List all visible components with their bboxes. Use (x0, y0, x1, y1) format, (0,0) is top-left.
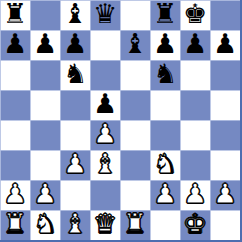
white-pawn-piece[interactable]: ♟ (183, 179, 207, 209)
black-knight-piece[interactable]: ♞ (153, 59, 177, 89)
square-g2[interactable]: ♟ (180, 180, 210, 210)
square-c4[interactable] (60, 120, 90, 150)
square-h7[interactable]: ♟ (210, 30, 240, 60)
square-e5[interactable] (120, 90, 150, 120)
square-f8[interactable]: ♜ (150, 0, 180, 30)
square-e3[interactable] (120, 150, 150, 180)
square-e4[interactable] (120, 120, 150, 150)
white-pawn-piece[interactable]: ♟ (63, 149, 87, 179)
square-b1[interactable]: ♞ (30, 210, 60, 240)
black-bishop-piece[interactable]: ♝ (123, 29, 147, 59)
square-b8[interactable] (30, 0, 60, 30)
square-c8[interactable]: ♝ (60, 0, 90, 30)
square-f3[interactable]: ♞ (150, 150, 180, 180)
chess-board: ♜♝♛♜♚♟♟♟♝♟♟♟♞♞♟♟♟♝♞♟♟♟♟♟♜♞♝♛♜♚ (0, 0, 240, 240)
square-c2[interactable] (60, 180, 90, 210)
square-b6[interactable] (30, 60, 60, 90)
square-e6[interactable] (120, 60, 150, 90)
square-g4[interactable] (180, 120, 210, 150)
white-pawn-piece[interactable]: ♟ (33, 179, 57, 209)
square-h5[interactable] (210, 90, 240, 120)
square-g5[interactable] (180, 90, 210, 120)
white-rook-piece[interactable]: ♜ (3, 209, 27, 239)
square-e1[interactable]: ♜ (120, 210, 150, 240)
white-rook-piece[interactable]: ♜ (123, 209, 147, 239)
square-a2[interactable]: ♟ (0, 180, 30, 210)
square-c5[interactable] (60, 90, 90, 120)
square-e8[interactable] (120, 0, 150, 30)
square-f2[interactable]: ♟ (150, 180, 180, 210)
white-pawn-piece[interactable]: ♟ (213, 179, 237, 209)
square-h8[interactable] (210, 0, 240, 30)
square-a1[interactable]: ♜ (0, 210, 30, 240)
square-f4[interactable] (150, 120, 180, 150)
square-f5[interactable] (150, 90, 180, 120)
black-pawn-piece[interactable]: ♟ (183, 29, 207, 59)
black-king-piece[interactable]: ♚ (183, 0, 207, 29)
white-knight-piece[interactable]: ♞ (153, 149, 177, 179)
square-a6[interactable] (0, 60, 30, 90)
white-bishop-piece[interactable]: ♝ (63, 209, 87, 239)
square-b7[interactable]: ♟ (30, 30, 60, 60)
black-pawn-piece[interactable]: ♟ (63, 29, 87, 59)
square-a8[interactable]: ♜ (0, 0, 30, 30)
square-b2[interactable]: ♟ (30, 180, 60, 210)
square-h4[interactable] (210, 120, 240, 150)
square-b5[interactable] (30, 90, 60, 120)
black-rook-piece[interactable]: ♜ (153, 0, 177, 29)
square-g8[interactable]: ♚ (180, 0, 210, 30)
square-h3[interactable] (210, 150, 240, 180)
white-pawn-piece[interactable]: ♟ (153, 179, 177, 209)
black-queen-piece[interactable]: ♛ (93, 0, 117, 29)
square-g1[interactable]: ♚ (180, 210, 210, 240)
black-bishop-piece[interactable]: ♝ (63, 0, 87, 29)
black-pawn-piece[interactable]: ♟ (33, 29, 57, 59)
square-g3[interactable] (180, 150, 210, 180)
white-bishop-piece[interactable]: ♝ (93, 149, 117, 179)
square-g6[interactable] (180, 60, 210, 90)
white-knight-piece[interactable]: ♞ (33, 209, 57, 239)
square-d2[interactable] (90, 180, 120, 210)
square-d7[interactable] (90, 30, 120, 60)
square-h1[interactable] (210, 210, 240, 240)
square-g7[interactable]: ♟ (180, 30, 210, 60)
square-b3[interactable] (30, 150, 60, 180)
square-a5[interactable] (0, 90, 30, 120)
square-d5[interactable]: ♟ (90, 90, 120, 120)
square-a4[interactable] (0, 120, 30, 150)
square-f7[interactable]: ♟ (150, 30, 180, 60)
square-f1[interactable] (150, 210, 180, 240)
square-a3[interactable] (0, 150, 30, 180)
black-rook-piece[interactable]: ♜ (3, 0, 27, 29)
square-a7[interactable]: ♟ (0, 30, 30, 60)
square-e7[interactable]: ♝ (120, 30, 150, 60)
square-d1[interactable]: ♛ (90, 210, 120, 240)
square-e2[interactable] (120, 180, 150, 210)
square-h6[interactable] (210, 60, 240, 90)
black-pawn-piece[interactable]: ♟ (93, 89, 117, 119)
white-pawn-piece[interactable]: ♟ (93, 119, 117, 149)
white-king-piece[interactable]: ♚ (183, 209, 207, 239)
square-c3[interactable]: ♟ (60, 150, 90, 180)
square-h2[interactable]: ♟ (210, 180, 240, 210)
square-c6[interactable]: ♞ (60, 60, 90, 90)
square-c1[interactable]: ♝ (60, 210, 90, 240)
black-pawn-piece[interactable]: ♟ (213, 29, 237, 59)
black-pawn-piece[interactable]: ♟ (3, 29, 27, 59)
square-b4[interactable] (30, 120, 60, 150)
square-f6[interactable]: ♞ (150, 60, 180, 90)
square-c7[interactable]: ♟ (60, 30, 90, 60)
black-pawn-piece[interactable]: ♟ (153, 29, 177, 59)
square-d4[interactable]: ♟ (90, 120, 120, 150)
white-pawn-piece[interactable]: ♟ (3, 179, 27, 209)
square-d8[interactable]: ♛ (90, 0, 120, 30)
white-queen-piece[interactable]: ♛ (93, 209, 117, 239)
chess-board-frame: ♜♝♛♜♚♟♟♟♝♟♟♟♞♞♟♟♟♝♞♟♟♟♟♟♜♞♝♛♜♚ (0, 0, 242, 242)
black-knight-piece[interactable]: ♞ (63, 59, 87, 89)
square-d3[interactable]: ♝ (90, 150, 120, 180)
square-d6[interactable] (90, 60, 120, 90)
